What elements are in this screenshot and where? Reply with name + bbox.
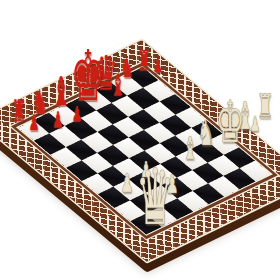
piece-red-pawn[interactable]: ♟ <box>72 104 83 125</box>
piece-red-pawn[interactable]: ♟ <box>28 112 39 134</box>
piece-white-queen[interactable]: ♛ <box>135 158 174 236</box>
product-photo-chess-set: ♜♟♞♟♝♟♚♛♝♞♜♟♟♟♛♟♝♞♚♝♟♜ <box>0 0 280 280</box>
piece-red-rook[interactable]: ♜ <box>137 47 151 75</box>
piece-white-bishop[interactable]: ♝ <box>182 133 198 164</box>
piece-white-pawn[interactable]: ♟ <box>250 114 261 135</box>
piece-red-bishop[interactable]: ♝ <box>110 70 125 100</box>
piece-white-king[interactable]: ♚ <box>215 93 244 151</box>
piece-red-rook[interactable]: ♜ <box>11 96 26 126</box>
piece-white-pawn[interactable]: ♟ <box>120 170 133 196</box>
piece-red-king[interactable]: ♚ <box>70 41 105 111</box>
piece-white-knight[interactable]: ♞ <box>197 116 215 151</box>
piece-red-pawn[interactable]: ♟ <box>153 56 163 75</box>
piece-red-bishop[interactable]: ♝ <box>51 71 71 111</box>
piece-red-pawn[interactable]: ♟ <box>52 109 63 131</box>
